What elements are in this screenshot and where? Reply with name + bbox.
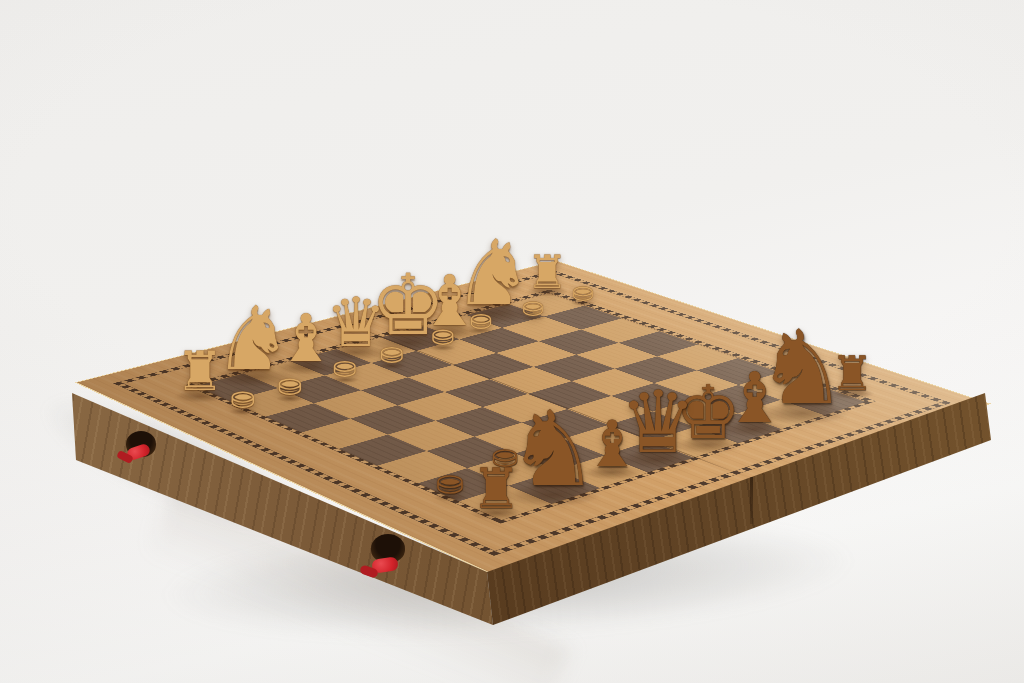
white-pawn-e2: ⛂	[431, 322, 454, 350]
rook-glyph: ♜	[176, 345, 224, 399]
pawn-glyph: ⛂	[431, 322, 454, 350]
pawn-glyph: ⛂	[436, 465, 465, 499]
white-pawn-f2: ⛂	[470, 306, 493, 333]
white-pawn-c2: ⛂	[333, 353, 357, 382]
pawn-glyph: ⛂	[380, 339, 404, 368]
pawn-glyph: ⛂	[572, 279, 594, 305]
pawn-glyph: ⛂	[277, 370, 302, 400]
white-pawn-d2: ⛂	[380, 339, 404, 368]
pawn-glyph: ⛂	[230, 383, 255, 413]
white-pawn-a2: ⛂	[230, 383, 255, 413]
pawn-glyph: ⛂	[333, 353, 357, 382]
photo-scene: ♜♞♝♛♚♝♞♜⛂⛂⛂⛂⛂⛂⛂⛂♜♞♝♛♚♝♞♜⛂⛂	[0, 0, 1024, 683]
white-rook-a1: ♜	[176, 345, 224, 399]
white-pawn-g2: ⛂	[522, 294, 544, 320]
pawn-glyph: ⛂	[470, 306, 493, 333]
pawn-glyph: ⛂	[522, 294, 544, 320]
white-pawn-h2: ⛂	[572, 279, 594, 305]
white-pawn-b2: ⛂	[277, 370, 302, 400]
black-rook-a8: ♜	[471, 461, 521, 517]
pieces-layer: ♜♞♝♛♚♝♞♜⛂⛂⛂⛂⛂⛂⛂⛂♜♞♝♛♚♝♞♜⛂⛂	[0, 0, 1024, 683]
rook-glyph: ♜	[471, 461, 521, 517]
black-pawn-a7: ⛂	[436, 465, 465, 499]
